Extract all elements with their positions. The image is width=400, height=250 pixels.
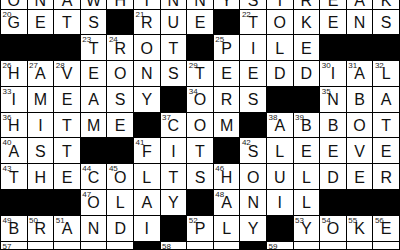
cell-r9-c7[interactable]: Y bbox=[161, 190, 188, 216]
cell-r4-c14[interactable]: 31A bbox=[347, 61, 374, 87]
cell-letter: I bbox=[134, 221, 160, 237]
cell-letter: R bbox=[107, 41, 133, 57]
cell-letter: B bbox=[320, 118, 346, 134]
cell-letter: O bbox=[187, 92, 213, 108]
block-r5-c11 bbox=[267, 87, 294, 113]
cell-r11-c11[interactable]: 59 bbox=[267, 242, 294, 250]
cell-letter: K bbox=[294, 15, 320, 31]
cell-letter: N bbox=[134, 66, 160, 82]
cell-r2-c14[interactable]: N bbox=[347, 10, 374, 36]
cell-r5-c3[interactable]: E bbox=[54, 87, 81, 113]
block-r6-c10 bbox=[240, 113, 267, 139]
cell-letter: I bbox=[320, 66, 346, 82]
cell-r7-c11[interactable]: L bbox=[267, 138, 294, 164]
cell-r11-c1[interactable]: 57 bbox=[1, 242, 28, 250]
cell-letter: T bbox=[81, 41, 107, 57]
cell-r5-c10[interactable]: S bbox=[240, 87, 267, 113]
cell-r2-c1[interactable]: 20G bbox=[1, 10, 28, 36]
cell-r4-c13[interactable]: 30I bbox=[320, 61, 347, 87]
cell-r10-c5[interactable]: D bbox=[107, 216, 134, 242]
block-r11-c6 bbox=[134, 242, 161, 250]
cell-letter: H bbox=[1, 66, 27, 82]
cell-r6-c4[interactable]: M bbox=[81, 113, 108, 139]
cell-r4-c4[interactable]: E bbox=[81, 61, 108, 87]
cell-letter: L bbox=[107, 195, 133, 211]
cell-letter: L bbox=[267, 144, 293, 160]
cell-letter: H bbox=[1, 118, 27, 134]
cell-r2-c6[interactable]: 21R bbox=[134, 10, 161, 36]
cell-letter: E bbox=[107, 118, 133, 134]
cell-r5-c9[interactable]: R bbox=[214, 87, 241, 113]
clue-number: 59 bbox=[269, 242, 278, 250]
cell-r1-c4[interactable]: W bbox=[81, 0, 108, 10]
cell-r1-c9[interactable]: Y bbox=[214, 0, 241, 10]
cell-r11-c2[interactable] bbox=[28, 242, 55, 250]
cell-letter: T bbox=[373, 118, 399, 134]
cell-r1-c13[interactable]: E bbox=[320, 0, 347, 10]
cell-letter: A bbox=[373, 92, 399, 108]
cell-letter: N bbox=[81, 221, 107, 237]
cell-r6-c12[interactable]: 39B bbox=[294, 113, 321, 139]
cell-r7-c13[interactable]: E bbox=[320, 138, 347, 164]
cell-r1-c12[interactable]: R bbox=[294, 0, 321, 10]
cell-r8-c13[interactable]: D bbox=[320, 164, 347, 190]
cell-r9-c5[interactable]: L bbox=[107, 190, 134, 216]
cell-letter: I bbox=[1, 92, 27, 108]
cell-r4-c7[interactable]: S bbox=[161, 61, 188, 87]
cell-letter: B bbox=[347, 92, 373, 108]
block-r3-c13 bbox=[320, 35, 347, 61]
cell-letter: E bbox=[294, 144, 320, 160]
cell-letter: O bbox=[81, 195, 107, 211]
cell-r1-c10[interactable]: S bbox=[240, 0, 267, 10]
cell-r4-c15[interactable]: 32L bbox=[373, 61, 400, 87]
cell-letter: A bbox=[347, 0, 373, 9]
cell-letter: A bbox=[81, 92, 107, 108]
cell-r1-c14[interactable]: A bbox=[347, 0, 374, 10]
cell-r3-c12[interactable]: E bbox=[294, 35, 321, 61]
cell-letter: P bbox=[187, 221, 213, 237]
cell-letter: O bbox=[347, 118, 373, 134]
cell-letter: R bbox=[373, 170, 399, 186]
cell-r1-c1[interactable]: O bbox=[1, 0, 28, 10]
cell-r4-c6[interactable]: N bbox=[134, 61, 161, 87]
block-r3-c14 bbox=[347, 35, 374, 61]
cell-r9-c11[interactable]: I bbox=[267, 190, 294, 216]
cell-r10-c15[interactable]: 56E bbox=[373, 216, 400, 242]
cell-r2-c13[interactable]: E bbox=[320, 10, 347, 36]
cell-r8-c8[interactable]: S bbox=[187, 164, 214, 190]
cell-letter: E bbox=[240, 66, 266, 82]
cell-letter: Y bbox=[214, 0, 240, 9]
cell-r1-c2[interactable]: N bbox=[28, 0, 55, 10]
cell-r2-c2[interactable]: E bbox=[28, 10, 55, 36]
cell-r10-c9[interactable]: L bbox=[214, 216, 241, 242]
cell-r2-c8[interactable]: E bbox=[187, 10, 214, 36]
cell-r7-c14[interactable]: V bbox=[347, 138, 374, 164]
cell-letter: S bbox=[240, 92, 266, 108]
cell-r7-c1[interactable]: 40A bbox=[1, 138, 28, 164]
cell-letter: S bbox=[240, 144, 266, 160]
cell-r3-c6[interactable]: O bbox=[134, 35, 161, 61]
cell-r8-c1[interactable]: 43T bbox=[1, 164, 28, 190]
cell-letter: V bbox=[347, 144, 373, 160]
cell-letter: I bbox=[161, 144, 187, 160]
cell-r8-c2[interactable]: H bbox=[28, 164, 55, 190]
cell-r6-c8[interactable]: O bbox=[187, 113, 214, 139]
cell-letter: T bbox=[187, 144, 213, 160]
cell-r9-c9[interactable]: 48A bbox=[214, 190, 241, 216]
cell-letter: W bbox=[81, 0, 107, 9]
cell-r5-c8[interactable]: 34O bbox=[187, 87, 214, 113]
cell-r8-c6[interactable]: L bbox=[134, 164, 161, 190]
cell-r4-c11[interactable]: D bbox=[267, 61, 294, 87]
cell-r2-c7[interactable]: U bbox=[161, 10, 188, 36]
cell-letter: A bbox=[134, 195, 160, 211]
cell-letter: E bbox=[81, 66, 107, 82]
block-r3-c8 bbox=[187, 35, 214, 61]
cell-letter: Y bbox=[240, 221, 266, 237]
cell-r11-c13[interactable] bbox=[320, 242, 347, 250]
cell-letter: O bbox=[1, 0, 27, 9]
crossword-grid: ONAWHINNYSTREAK20GETS21RUE22TOKENS23T24R… bbox=[0, 0, 400, 250]
cell-letter: E bbox=[320, 15, 346, 31]
cell-r10-c2[interactable]: 50R bbox=[28, 216, 55, 242]
cell-r10-c4[interactable]: N bbox=[81, 216, 108, 242]
cell-r5-c1[interactable]: 33I bbox=[1, 87, 28, 113]
cell-r8-c5[interactable]: 45O bbox=[107, 164, 134, 190]
cell-letter: O bbox=[240, 170, 266, 186]
block-r3-c15 bbox=[373, 35, 400, 61]
cell-r10-c6[interactable]: I bbox=[134, 216, 161, 242]
cell-letter: L bbox=[373, 66, 399, 82]
cell-r5-c4[interactable]: A bbox=[81, 87, 108, 113]
cell-r1-c15[interactable]: K bbox=[373, 0, 400, 10]
cell-letter: P bbox=[214, 41, 240, 57]
cell-letter: O bbox=[267, 15, 293, 31]
block-r7-c9 bbox=[214, 138, 241, 164]
cell-letter: S bbox=[161, 66, 187, 82]
cell-r3-c9[interactable]: 25P bbox=[214, 35, 241, 61]
block-r5-c12 bbox=[294, 87, 321, 113]
cell-letter: S bbox=[107, 92, 133, 108]
cell-r6-c9[interactable]: M bbox=[214, 113, 241, 139]
cell-letter: R bbox=[294, 0, 320, 9]
cell-r7-c12[interactable]: E bbox=[294, 138, 321, 164]
cell-r7-c8[interactable]: T bbox=[187, 138, 214, 164]
cell-r1-c11[interactable]: T bbox=[267, 0, 294, 10]
block-r3-c1 bbox=[1, 35, 28, 61]
cell-letter: D bbox=[320, 170, 346, 186]
cell-r5-c5[interactable]: S bbox=[107, 87, 134, 113]
cell-r3-c10[interactable]: I bbox=[240, 35, 267, 61]
cell-r4-c3[interactable]: 28V bbox=[54, 61, 81, 87]
cell-letter: E bbox=[294, 41, 320, 57]
cell-letter: H bbox=[214, 170, 240, 186]
cell-letter: E bbox=[187, 15, 213, 31]
clue-number: 58 bbox=[162, 242, 171, 250]
cell-letter: T bbox=[267, 0, 293, 9]
cell-r11-c15[interactable] bbox=[373, 242, 400, 250]
block-r5-c7 bbox=[161, 87, 188, 113]
cell-r11-c9[interactable] bbox=[214, 242, 241, 250]
block-r6-c6 bbox=[134, 113, 161, 139]
cell-r11-c7[interactable]: 58 bbox=[161, 242, 188, 250]
cell-r4-c2[interactable]: 27A bbox=[28, 61, 55, 87]
cell-letter: E bbox=[28, 15, 54, 31]
cell-letter: U bbox=[267, 170, 293, 186]
cell-r6-c15[interactable]: T bbox=[373, 113, 400, 139]
cell-r6-c1[interactable]: 36H bbox=[1, 113, 28, 139]
cell-letter: H bbox=[107, 0, 133, 9]
cell-r7-c6[interactable]: 41F bbox=[134, 138, 161, 164]
cell-letter: A bbox=[347, 66, 373, 82]
block-r7-c5 bbox=[107, 138, 134, 164]
cell-letter: R bbox=[134, 15, 160, 31]
cell-r3-c11[interactable]: L bbox=[267, 35, 294, 61]
block-r2-c9 bbox=[214, 10, 241, 36]
cell-letter: N bbox=[320, 92, 346, 108]
cell-letter: K bbox=[347, 221, 373, 237]
cell-letter: N bbox=[161, 0, 187, 9]
cell-r9-c10[interactable]: N bbox=[240, 190, 267, 216]
cell-r9-c6[interactable]: A bbox=[134, 190, 161, 216]
cell-r1-c3[interactable]: A bbox=[54, 0, 81, 10]
block-r10-c7 bbox=[161, 216, 188, 242]
cell-r5-c2[interactable]: M bbox=[28, 87, 55, 113]
block-r7-c4 bbox=[81, 138, 108, 164]
block-r9-c14 bbox=[347, 190, 374, 216]
cell-letter: O bbox=[107, 66, 133, 82]
cell-letter: T bbox=[54, 118, 80, 134]
cell-letter: E bbox=[54, 170, 80, 186]
cell-r8-c9[interactable]: 46H bbox=[214, 164, 241, 190]
cell-r11-c8[interactable] bbox=[187, 242, 214, 250]
cell-letter: Y bbox=[294, 221, 320, 237]
cell-r11-c5[interactable] bbox=[107, 242, 134, 250]
cell-r10-c13[interactable]: 54O bbox=[320, 216, 347, 242]
block-r9-c3 bbox=[54, 190, 81, 216]
cell-letter: A bbox=[54, 221, 80, 237]
cell-r7-c7[interactable]: I bbox=[161, 138, 188, 164]
cell-r10-c3[interactable]: 51A bbox=[54, 216, 81, 242]
cell-r8-c11[interactable]: U bbox=[267, 164, 294, 190]
cell-letter: O bbox=[187, 118, 213, 134]
cell-letter: S bbox=[81, 15, 107, 31]
block-r9-c13 bbox=[320, 190, 347, 216]
block-r9-c8 bbox=[187, 190, 214, 216]
cell-letter: E bbox=[214, 66, 240, 82]
cell-r5-c15[interactable]: A bbox=[373, 87, 400, 113]
cell-r5-c6[interactable]: Y bbox=[134, 87, 161, 113]
cell-r7-c2[interactable]: S bbox=[28, 138, 55, 164]
cell-r11-c4[interactable] bbox=[81, 242, 108, 250]
cell-r3-c5[interactable]: 24R bbox=[107, 35, 134, 61]
cell-r6-c5[interactable]: E bbox=[107, 113, 134, 139]
cell-r8-c10[interactable]: O bbox=[240, 164, 267, 190]
block-r9-c15 bbox=[373, 190, 400, 216]
cell-r2-c10[interactable]: 22T bbox=[240, 10, 267, 36]
cell-letter: A bbox=[54, 0, 80, 9]
cell-letter: T bbox=[54, 15, 80, 31]
cell-r7-c3[interactable]: T bbox=[54, 138, 81, 164]
cell-letter: A bbox=[267, 118, 293, 134]
cell-letter: L bbox=[214, 221, 240, 237]
cell-letter: U bbox=[161, 15, 187, 31]
cell-r8-c12[interactable]: L bbox=[294, 164, 321, 190]
cell-r10-c1[interactable]: 49B bbox=[1, 216, 28, 242]
cell-r1-c8[interactable]: N bbox=[187, 0, 214, 10]
cell-letter: F bbox=[134, 144, 160, 160]
cell-r6-c11[interactable]: 38A bbox=[267, 113, 294, 139]
cell-letter: N bbox=[347, 15, 373, 31]
block-r2-c5 bbox=[107, 10, 134, 36]
cell-letter: A bbox=[1, 144, 27, 160]
cell-r8-c7[interactable]: T bbox=[161, 164, 188, 190]
cell-letter: D bbox=[267, 66, 293, 82]
cell-r2-c11[interactable]: O bbox=[267, 10, 294, 36]
cell-r11-c3[interactable] bbox=[54, 242, 81, 250]
cell-letter: M bbox=[28, 92, 54, 108]
cell-r4-c12[interactable]: D bbox=[294, 61, 321, 87]
cell-r10-c12[interactable]: 53Y bbox=[294, 216, 321, 242]
block-r10-c11 bbox=[267, 216, 294, 242]
cell-letter: S bbox=[28, 144, 54, 160]
block-r9-c2 bbox=[28, 190, 55, 216]
cell-letter: A bbox=[28, 66, 54, 82]
cell-letter: I bbox=[240, 41, 266, 57]
cell-r6-c2[interactable]: I bbox=[28, 113, 55, 139]
cell-letter: N bbox=[240, 195, 266, 211]
cell-letter: I bbox=[267, 195, 293, 211]
cell-r10-c14[interactable]: 55K bbox=[347, 216, 374, 242]
cell-letter: B bbox=[1, 221, 27, 237]
cell-r11-c14[interactable] bbox=[347, 242, 374, 250]
cell-letter: H bbox=[28, 170, 54, 186]
block-r9-c1 bbox=[1, 190, 28, 216]
cell-letter: L bbox=[294, 170, 320, 186]
cell-letter: B bbox=[294, 118, 320, 134]
cell-letter: T bbox=[161, 41, 187, 57]
cell-letter: D bbox=[107, 221, 133, 237]
cell-r9-c4[interactable]: 47O bbox=[81, 190, 108, 216]
cell-letter: L bbox=[134, 170, 160, 186]
cell-r3-c7[interactable]: T bbox=[161, 35, 188, 61]
cell-letter: T bbox=[187, 66, 213, 82]
cell-r4-c5[interactable]: O bbox=[107, 61, 134, 87]
cell-r5-c14[interactable]: B bbox=[347, 87, 374, 113]
cell-letter: D bbox=[294, 66, 320, 82]
cell-r6-c3[interactable]: T bbox=[54, 113, 81, 139]
cell-r4-c9[interactable]: E bbox=[214, 61, 241, 87]
cell-letter: E bbox=[347, 170, 373, 186]
clue-number: 57 bbox=[3, 242, 12, 250]
cell-r6-c13[interactable]: B bbox=[320, 113, 347, 139]
cell-r1-c7[interactable]: N bbox=[161, 0, 188, 10]
cell-letter: S bbox=[187, 170, 213, 186]
cell-r5-c13[interactable]: 35N bbox=[320, 87, 347, 113]
cell-letter: S bbox=[373, 15, 399, 31]
cell-r2-c12[interactable]: K bbox=[294, 10, 321, 36]
cell-r9-c12[interactable]: L bbox=[294, 190, 321, 216]
cell-r11-c12[interactable] bbox=[294, 242, 321, 250]
cell-letter: Y bbox=[161, 195, 187, 211]
block-r11-c10 bbox=[240, 242, 267, 250]
cell-r8-c15[interactable]: R bbox=[373, 164, 400, 190]
cell-letter: R bbox=[28, 221, 54, 237]
cell-letter: E bbox=[373, 144, 399, 160]
cell-r6-c7[interactable]: 37C bbox=[161, 113, 188, 139]
cell-letter: C bbox=[81, 170, 107, 186]
cell-r4-c8[interactable]: 29T bbox=[187, 61, 214, 87]
cell-r6-c14[interactable]: O bbox=[347, 113, 374, 139]
cell-letter: G bbox=[1, 15, 27, 31]
cell-r1-c6[interactable]: I bbox=[134, 0, 161, 10]
cell-letter: C bbox=[161, 118, 187, 134]
cell-letter: O bbox=[107, 170, 133, 186]
cell-letter: T bbox=[161, 170, 187, 186]
cell-letter: E bbox=[373, 221, 399, 237]
cell-r7-c15[interactable]: E bbox=[373, 138, 400, 164]
cell-r2-c15[interactable]: S bbox=[373, 10, 400, 36]
cell-letter: E bbox=[320, 0, 346, 9]
cell-letter: S bbox=[240, 0, 266, 9]
cell-r10-c10[interactable]: Y bbox=[240, 216, 267, 242]
cell-letter: A bbox=[214, 195, 240, 211]
cell-letter: E bbox=[54, 92, 80, 108]
cell-r2-c4[interactable]: S bbox=[81, 10, 108, 36]
cell-letter: O bbox=[320, 221, 346, 237]
block-r3-c2 bbox=[28, 35, 55, 61]
cell-letter: K bbox=[373, 0, 399, 9]
cell-r1-c5[interactable]: H bbox=[107, 0, 134, 10]
cell-letter: T bbox=[1, 170, 27, 186]
cell-letter: M bbox=[214, 118, 240, 134]
cell-letter: Y bbox=[134, 92, 160, 108]
cell-r2-c3[interactable]: T bbox=[54, 10, 81, 36]
cell-letter: L bbox=[267, 41, 293, 57]
cell-letter: V bbox=[54, 66, 80, 82]
cell-letter: T bbox=[54, 144, 80, 160]
cell-r8-c14[interactable]: E bbox=[347, 164, 374, 190]
cell-letter: N bbox=[187, 0, 213, 9]
cell-r10-c8[interactable]: 52P bbox=[187, 216, 214, 242]
cell-letter: N bbox=[28, 0, 54, 9]
cell-letter: O bbox=[134, 41, 160, 57]
cell-r8-c3[interactable]: E bbox=[54, 164, 81, 190]
cell-letter: T bbox=[240, 15, 266, 31]
cell-letter: I bbox=[28, 118, 54, 134]
cell-letter: I bbox=[134, 0, 160, 9]
cell-r4-c1[interactable]: 26H bbox=[1, 61, 28, 87]
cell-r3-c4[interactable]: 23T bbox=[81, 35, 108, 61]
cell-letter: R bbox=[214, 92, 240, 108]
block-r3-c3 bbox=[54, 35, 81, 61]
cell-r4-c10[interactable]: E bbox=[240, 61, 267, 87]
cell-r8-c4[interactable]: 44C bbox=[81, 164, 108, 190]
cell-letter: E bbox=[320, 144, 346, 160]
cell-r7-c10[interactable]: 42S bbox=[240, 138, 267, 164]
cell-letter: M bbox=[81, 118, 107, 134]
cell-letter: L bbox=[294, 195, 320, 211]
